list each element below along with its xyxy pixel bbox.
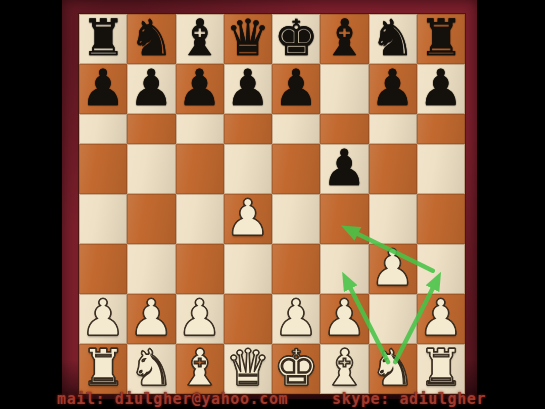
square-g1[interactable]: ♞ bbox=[369, 344, 417, 394]
square-e2[interactable]: ♟ bbox=[272, 294, 320, 344]
square-g3[interactable]: ♟ bbox=[369, 244, 417, 294]
square-e3[interactable] bbox=[272, 244, 320, 294]
square-c5[interactable] bbox=[176, 144, 224, 194]
black-queen[interactable]: ♛ bbox=[225, 13, 270, 63]
black-pawn[interactable]: ♟ bbox=[81, 63, 126, 113]
black-pawn[interactable]: ♟ bbox=[177, 63, 222, 113]
square-g8[interactable]: ♞ bbox=[369, 14, 417, 64]
square-a8[interactable]: ♜ bbox=[79, 14, 127, 64]
white-bishop[interactable]: ♝ bbox=[322, 343, 367, 393]
square-b4[interactable] bbox=[127, 194, 175, 244]
black-knight[interactable]: ♞ bbox=[129, 13, 174, 63]
mail-caption: mail: diulgher@yahoo.com bbox=[57, 390, 288, 408]
square-g7[interactable]: ♟ bbox=[369, 64, 417, 114]
square-g4[interactable] bbox=[369, 194, 417, 244]
white-pawn[interactable]: ♟ bbox=[225, 193, 270, 243]
square-c3[interactable] bbox=[176, 244, 224, 294]
square-h5[interactable] bbox=[417, 144, 465, 194]
square-h3[interactable] bbox=[417, 244, 465, 294]
square-d6[interactable] bbox=[224, 114, 272, 144]
square-a6[interactable] bbox=[79, 114, 127, 144]
square-e6[interactable] bbox=[272, 114, 320, 144]
caption-bar: mail: diulgher@yahoo.com skype: adiulghe… bbox=[0, 390, 545, 409]
square-c1[interactable]: ♝ bbox=[176, 344, 224, 394]
square-c6[interactable] bbox=[176, 114, 224, 144]
white-pawn[interactable]: ♟ bbox=[129, 293, 174, 343]
square-g6[interactable] bbox=[369, 114, 417, 144]
black-pawn[interactable]: ♟ bbox=[129, 63, 174, 113]
square-d2[interactable] bbox=[224, 294, 272, 344]
square-a5[interactable] bbox=[79, 144, 127, 194]
square-f1[interactable]: ♝ bbox=[320, 344, 368, 394]
square-e1[interactable]: ♚ bbox=[272, 344, 320, 394]
square-h6[interactable] bbox=[417, 114, 465, 144]
white-pawn[interactable]: ♟ bbox=[370, 243, 415, 293]
square-a3[interactable] bbox=[79, 244, 127, 294]
square-b6[interactable] bbox=[127, 114, 175, 144]
square-h8[interactable]: ♜ bbox=[417, 14, 465, 64]
white-bishop[interactable]: ♝ bbox=[177, 343, 222, 393]
black-king[interactable]: ♚ bbox=[274, 13, 319, 63]
square-f8[interactable]: ♝ bbox=[320, 14, 368, 64]
square-c4[interactable] bbox=[176, 194, 224, 244]
square-c8[interactable]: ♝ bbox=[176, 14, 224, 64]
white-queen[interactable]: ♛ bbox=[225, 343, 270, 393]
square-e4[interactable] bbox=[272, 194, 320, 244]
square-f4[interactable] bbox=[320, 194, 368, 244]
white-knight[interactable]: ♞ bbox=[370, 343, 415, 393]
square-f3[interactable] bbox=[320, 244, 368, 294]
black-pawn[interactable]: ♟ bbox=[370, 63, 415, 113]
square-e8[interactable]: ♚ bbox=[272, 14, 320, 64]
square-f2[interactable]: ♟ bbox=[320, 294, 368, 344]
black-pawn[interactable]: ♟ bbox=[322, 143, 367, 193]
square-g2[interactable] bbox=[369, 294, 417, 344]
black-bishop[interactable]: ♝ bbox=[322, 13, 367, 63]
square-h7[interactable]: ♟ bbox=[417, 64, 465, 114]
black-rook[interactable]: ♜ bbox=[418, 13, 463, 63]
square-h1[interactable]: ♜ bbox=[417, 344, 465, 394]
square-a4[interactable] bbox=[79, 194, 127, 244]
square-d5[interactable] bbox=[224, 144, 272, 194]
skype-caption: skype: adiulgher bbox=[332, 390, 486, 408]
board-frame: ♜♞♝♛♚♝♞♜♟♟♟♟♟♟♟♟♟♟♟♟♟♟♟♟♜♞♝♛♚♝♞♜ bbox=[62, 0, 477, 399]
black-knight[interactable]: ♞ bbox=[370, 13, 415, 63]
white-knight[interactable]: ♞ bbox=[129, 343, 174, 393]
square-d8[interactable]: ♛ bbox=[224, 14, 272, 64]
square-e7[interactable]: ♟ bbox=[272, 64, 320, 114]
black-pawn[interactable]: ♟ bbox=[418, 63, 463, 113]
square-a2[interactable]: ♟ bbox=[79, 294, 127, 344]
square-a1[interactable]: ♜ bbox=[79, 344, 127, 394]
square-h2[interactable]: ♟ bbox=[417, 294, 465, 344]
square-b3[interactable] bbox=[127, 244, 175, 294]
white-pawn[interactable]: ♟ bbox=[274, 293, 319, 343]
square-h4[interactable] bbox=[417, 194, 465, 244]
black-rook[interactable]: ♜ bbox=[81, 13, 126, 63]
square-d3[interactable] bbox=[224, 244, 272, 294]
square-b2[interactable]: ♟ bbox=[127, 294, 175, 344]
square-d1[interactable]: ♛ bbox=[224, 344, 272, 394]
square-f5[interactable]: ♟ bbox=[320, 144, 368, 194]
square-d7[interactable]: ♟ bbox=[224, 64, 272, 114]
square-b1[interactable]: ♞ bbox=[127, 344, 175, 394]
square-b8[interactable]: ♞ bbox=[127, 14, 175, 64]
black-pawn[interactable]: ♟ bbox=[225, 63, 270, 113]
black-pawn[interactable]: ♟ bbox=[274, 63, 319, 113]
square-c7[interactable]: ♟ bbox=[176, 64, 224, 114]
black-bishop[interactable]: ♝ bbox=[177, 13, 222, 63]
square-b7[interactable]: ♟ bbox=[127, 64, 175, 114]
square-c2[interactable]: ♟ bbox=[176, 294, 224, 344]
white-king[interactable]: ♚ bbox=[274, 343, 319, 393]
chess-board[interactable]: ♜♞♝♛♚♝♞♜♟♟♟♟♟♟♟♟♟♟♟♟♟♟♟♟♜♞♝♛♚♝♞♜ bbox=[78, 13, 466, 395]
square-b5[interactable] bbox=[127, 144, 175, 194]
square-e5[interactable] bbox=[272, 144, 320, 194]
square-d4[interactable]: ♟ bbox=[224, 194, 272, 244]
square-f7[interactable] bbox=[320, 64, 368, 114]
white-pawn[interactable]: ♟ bbox=[177, 293, 222, 343]
video-frame: ♜♞♝♛♚♝♞♜♟♟♟♟♟♟♟♟♟♟♟♟♟♟♟♟♜♞♝♛♚♝♞♜ mail: d… bbox=[0, 0, 545, 409]
white-rook[interactable]: ♜ bbox=[418, 343, 463, 393]
white-pawn[interactable]: ♟ bbox=[418, 293, 463, 343]
white-pawn[interactable]: ♟ bbox=[81, 293, 126, 343]
white-pawn[interactable]: ♟ bbox=[322, 293, 367, 343]
square-g5[interactable] bbox=[369, 144, 417, 194]
square-a7[interactable]: ♟ bbox=[79, 64, 127, 114]
white-rook[interactable]: ♜ bbox=[81, 343, 126, 393]
